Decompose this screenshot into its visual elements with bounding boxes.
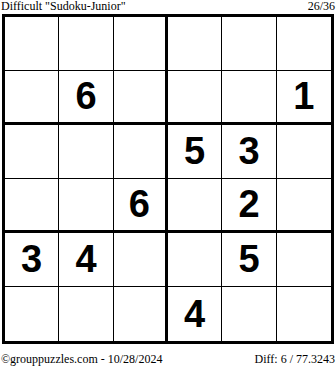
cell-r6c2[interactable] [59, 287, 113, 341]
cell-r6c1[interactable] [5, 287, 59, 341]
cell-r2c2: 6 [59, 71, 113, 125]
cell-r6c4: 4 [168, 287, 222, 341]
footer-bar: ©grouppuzzles.com - 10/28/2024 Diff: 6 /… [1, 351, 335, 367]
cell-r4c5: 2 [222, 179, 276, 233]
cell-r4c2[interactable] [59, 179, 113, 233]
cell-r1c6[interactable] [277, 17, 331, 71]
cell-r2c4[interactable] [168, 71, 222, 125]
sudoku-grid: 6153623454 [2, 14, 334, 344]
puzzle-title: Difficult "Sudoku-Junior" [1, 0, 126, 13]
cell-r3c1[interactable] [5, 125, 59, 179]
cell-r2c1[interactable] [5, 71, 59, 125]
cell-r6c5[interactable] [222, 287, 276, 341]
cell-r1c4[interactable] [168, 17, 222, 71]
difficulty-text: Diff: 6 / 77.3243 [255, 352, 335, 367]
cell-r3c6[interactable] [277, 125, 331, 179]
copyright-date-text: ©grouppuzzles.com - 10/28/2024 [1, 352, 162, 367]
cell-r5c4[interactable] [168, 233, 222, 287]
cell-r3c2[interactable] [59, 125, 113, 179]
cell-r1c1[interactable] [5, 17, 59, 71]
cell-r6c6[interactable] [277, 287, 331, 341]
cell-r3c5: 3 [222, 125, 276, 179]
cell-r5c2: 4 [59, 233, 113, 287]
cell-r2c3[interactable] [114, 71, 168, 125]
cell-r2c6: 1 [277, 71, 331, 125]
cell-r1c2[interactable] [59, 17, 113, 71]
cell-r5c6[interactable] [277, 233, 331, 287]
cell-r4c3: 6 [114, 179, 168, 233]
header-bar: Difficult "Sudoku-Junior" 26/36 [1, 0, 335, 13]
cell-r4c1[interactable] [5, 179, 59, 233]
cell-r6c3[interactable] [114, 287, 168, 341]
cells-remaining-counter: 26/36 [308, 0, 335, 13]
cell-r4c6[interactable] [277, 179, 331, 233]
cell-r4c4[interactable] [168, 179, 222, 233]
sudoku-page: Difficult "Sudoku-Junior" 26/36 61536234… [0, 0, 336, 370]
cell-r1c5[interactable] [222, 17, 276, 71]
cell-r3c3[interactable] [114, 125, 168, 179]
cell-r5c5: 5 [222, 233, 276, 287]
cell-r5c1: 3 [5, 233, 59, 287]
cell-r1c3[interactable] [114, 17, 168, 71]
cell-r2c5[interactable] [222, 71, 276, 125]
cell-r3c4: 5 [168, 125, 222, 179]
cell-r5c3[interactable] [114, 233, 168, 287]
